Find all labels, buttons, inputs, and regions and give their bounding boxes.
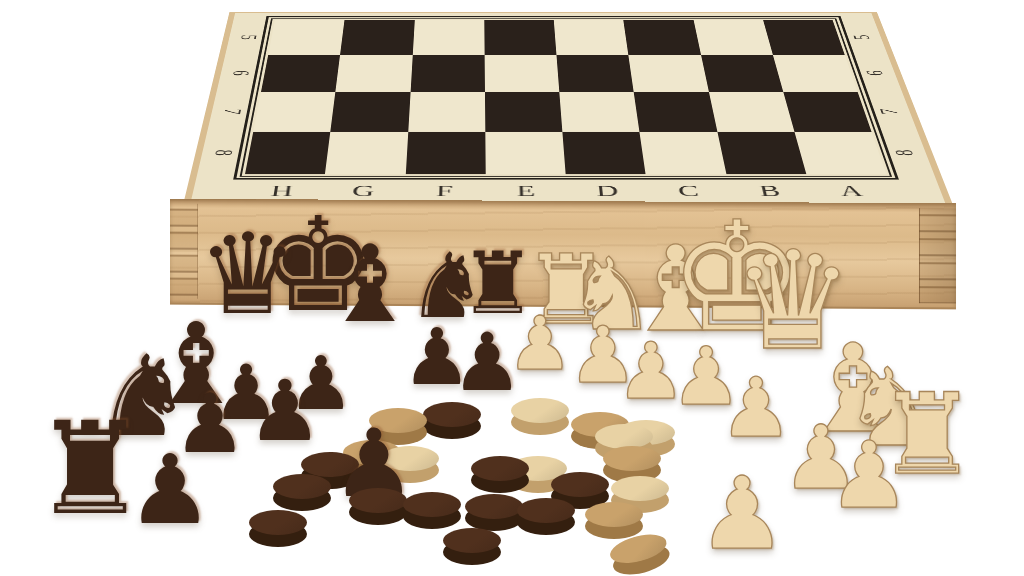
light-pawn-piece[interactable]: ♟: [692, 465, 792, 562]
dark-checker-disc[interactable]: [273, 474, 331, 512]
rank-label: 8: [858, 146, 952, 160]
file-label: F: [404, 181, 486, 203]
dark-checker-disc[interactable]: [349, 488, 407, 526]
rank-label: 6: [198, 67, 284, 79]
square-b6[interactable]: [701, 55, 783, 92]
dark-checker-disc[interactable]: [423, 402, 481, 440]
square-b8[interactable]: [717, 132, 806, 175]
dark-checker-disc[interactable]: [465, 494, 523, 532]
dark-pawn-piece[interactable]: ♟: [243, 371, 327, 452]
square-f5[interactable]: [412, 20, 484, 55]
square-c7[interactable]: [634, 92, 717, 132]
square-g6[interactable]: [336, 55, 413, 92]
dark-checker-disc[interactable]: [471, 456, 529, 494]
rank-label: 6: [832, 67, 920, 79]
square-e5[interactable]: [484, 20, 556, 55]
square-g8[interactable]: [325, 132, 408, 175]
square-c6[interactable]: [629, 55, 709, 92]
rank-label: 7: [844, 105, 935, 118]
square-e7[interactable]: [485, 92, 563, 132]
rank-labels-left: 5678: [204, 20, 265, 174]
square-e6[interactable]: [484, 55, 559, 92]
cream-checker-disc[interactable]: [511, 398, 569, 436]
square-f7[interactable]: [408, 92, 485, 132]
square-c8[interactable]: [640, 132, 726, 175]
square-f6[interactable]: [410, 55, 485, 92]
file-label: E: [486, 181, 568, 203]
rank-label: 8: [177, 146, 269, 160]
dark-checker-disc[interactable]: [249, 510, 307, 548]
square-d8[interactable]: [562, 132, 645, 175]
rank-label: 7: [188, 105, 277, 118]
rank-label: 5: [820, 32, 904, 43]
square-b7[interactable]: [708, 92, 794, 132]
scene: 5678 5678 HGFEDCBA ♚♛♝♝♞♞♜♜♟♟♟♟♟♟♟♟♜♞♝♚♛…: [0, 0, 1024, 576]
square-g5[interactable]: [340, 20, 414, 55]
dark-checker-disc[interactable]: [403, 492, 461, 530]
square-b5[interactable]: [693, 20, 772, 55]
tan-checker-disc[interactable]: [585, 502, 643, 540]
dark-pawn-piece[interactable]: ♟: [122, 444, 218, 537]
chess-board: 5678 5678 HGFEDCBA: [183, 12, 953, 205]
board-squares: [245, 20, 886, 174]
square-d7[interactable]: [559, 92, 639, 132]
file-label: A: [808, 181, 896, 203]
square-d5[interactable]: [554, 20, 629, 55]
square-g7[interactable]: [331, 92, 411, 132]
file-label: D: [566, 181, 650, 203]
light-pawn-piece[interactable]: ♟: [823, 431, 915, 520]
board-surface: 5678 5678 HGFEDCBA: [183, 12, 953, 205]
rank-label: 5: [207, 32, 290, 43]
square-e8[interactable]: [485, 132, 566, 175]
dark-pawn-piece[interactable]: ♟: [447, 324, 527, 402]
dark-checker-disc[interactable]: [443, 528, 501, 566]
finger-joints-right-icon: [919, 208, 956, 303]
square-c5[interactable]: [624, 20, 701, 55]
square-d6[interactable]: [556, 55, 633, 92]
dark-checker-disc[interactable]: [517, 498, 575, 536]
square-f8[interactable]: [405, 132, 485, 175]
